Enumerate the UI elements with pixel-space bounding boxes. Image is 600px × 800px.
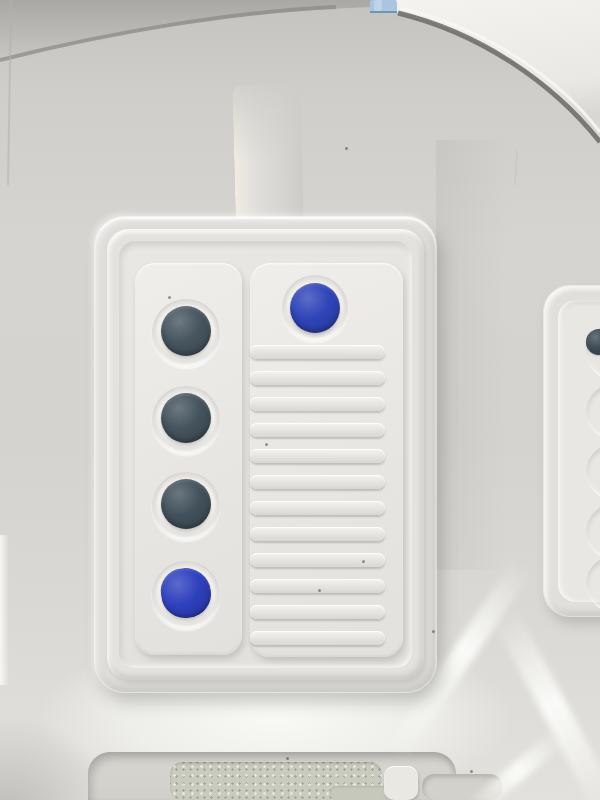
main-control-panel	[95, 217, 436, 692]
button-well-2	[152, 386, 220, 454]
side-panel-partial	[544, 286, 600, 616]
side-well-5	[586, 556, 600, 612]
right-vent-column	[250, 263, 403, 657]
vent-rib-9	[250, 553, 385, 567]
button-well-5	[282, 275, 348, 341]
photo-droid-panel	[0, 0, 600, 800]
vent-rib-3	[250, 397, 385, 411]
vent-rib-2	[250, 371, 385, 385]
right-body-seam	[515, 150, 517, 185]
vent-rib-1	[250, 345, 385, 359]
button-well-4	[152, 561, 220, 629]
side-well-2	[586, 384, 600, 440]
left-button-column	[135, 263, 242, 655]
button-5-blue	[290, 283, 340, 333]
side-well-3	[586, 444, 600, 500]
vent-rib-12	[250, 631, 385, 645]
button-1-dark-slate	[161, 306, 211, 356]
vent-rib-7	[250, 501, 385, 515]
vent-rib-5	[250, 449, 385, 463]
left-edge-highlight	[0, 535, 9, 685]
button-4-blue	[158, 565, 214, 621]
dome-seam-and-rim	[0, 0, 600, 185]
vent-rib-6	[250, 475, 385, 489]
blue-clip	[370, 0, 397, 13]
button-well-3	[152, 472, 220, 540]
vent-rib-10	[250, 579, 385, 593]
button-2-dark-slate	[161, 393, 211, 443]
vent-rib-4	[250, 423, 385, 437]
side-well-4	[586, 504, 600, 560]
vent-rib-11	[250, 605, 385, 619]
panel-right-shadow	[436, 140, 556, 570]
button-3-dark-slate	[161, 479, 211, 529]
tray-divider-ridge	[384, 766, 418, 800]
vent-ribs	[250, 345, 385, 657]
foam-blob	[330, 786, 390, 800]
button-well-1	[152, 299, 220, 367]
vent-rib-8	[250, 527, 385, 541]
